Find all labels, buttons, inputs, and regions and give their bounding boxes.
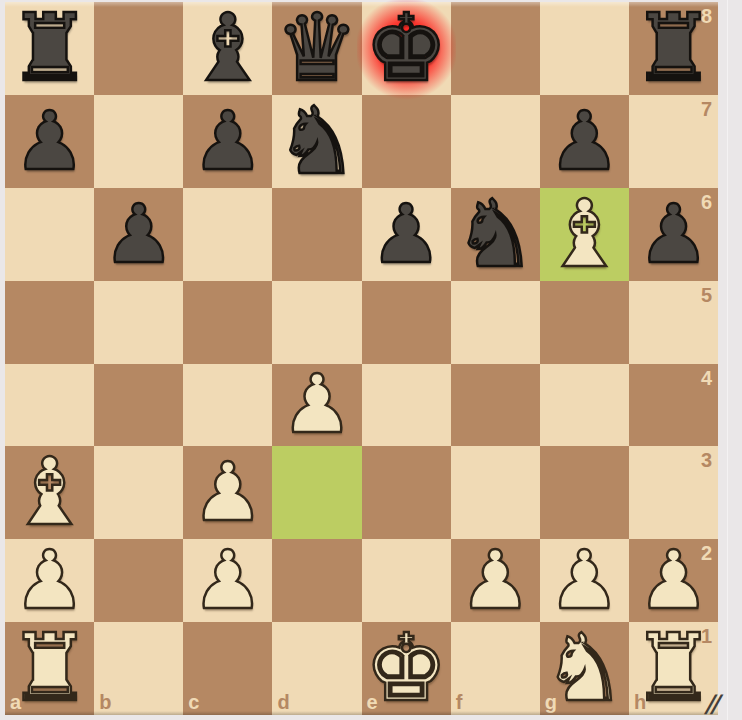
square-f3[interactable] [451, 446, 540, 539]
square-c1[interactable]: c [183, 622, 272, 715]
coord-file-b: b [99, 691, 111, 714]
square-e3[interactable] [362, 446, 451, 539]
square-d5[interactable] [272, 281, 361, 364]
white-bishop[interactable]: ♝ [543, 188, 626, 281]
coord-file-d: d [277, 691, 289, 714]
black-pawn[interactable]: ♟ [370, 194, 443, 275]
square-a3[interactable]: ♝ [5, 446, 94, 539]
square-f5[interactable] [451, 281, 540, 364]
black-pawn[interactable]: ♟ [13, 101, 86, 182]
square-c6[interactable] [183, 188, 272, 281]
square-b2[interactable] [94, 539, 183, 622]
square-g6[interactable]: ♝ [540, 188, 629, 281]
right-gutter-line [727, 0, 728, 720]
coord-file-f: f [456, 691, 463, 714]
white-pawn[interactable]: ♟ [192, 540, 265, 621]
square-g8[interactable] [540, 2, 629, 95]
coord-rank-3: 3 [701, 449, 712, 472]
white-rook[interactable]: ♜ [8, 622, 91, 715]
white-bishop[interactable]: ♝ [8, 446, 91, 539]
square-d2[interactable] [272, 539, 361, 622]
square-c4[interactable] [183, 364, 272, 447]
black-pawn[interactable]: ♟ [192, 101, 265, 182]
white-rook[interactable]: ♜ [632, 622, 715, 715]
square-f1[interactable]: f [451, 622, 540, 715]
square-h2[interactable]: ♟2 [629, 539, 718, 622]
square-d7[interactable]: ♞ [272, 95, 361, 188]
square-c5[interactable] [183, 281, 272, 364]
square-a2[interactable]: ♟ [5, 539, 94, 622]
square-c7[interactable]: ♟ [183, 95, 272, 188]
square-f6[interactable]: ♞ [451, 188, 540, 281]
square-d8[interactable]: ♛ [272, 2, 361, 95]
black-pawn[interactable]: ♟ [637, 194, 710, 275]
square-a6[interactable] [5, 188, 94, 281]
square-e8[interactable]: ♚ [362, 2, 451, 95]
black-rook[interactable]: ♜ [8, 2, 91, 95]
white-pawn[interactable]: ♟ [192, 452, 265, 533]
square-h6[interactable]: ♟6 [629, 188, 718, 281]
square-d1[interactable]: d [272, 622, 361, 715]
white-pawn[interactable]: ♟ [637, 540, 710, 621]
square-b6[interactable]: ♟ [94, 188, 183, 281]
white-pawn[interactable]: ♟ [548, 540, 621, 621]
black-rook[interactable]: ♜ [632, 2, 715, 95]
square-f7[interactable] [451, 95, 540, 188]
square-a8[interactable]: ♜ [5, 2, 94, 95]
board-resize-handle[interactable]: // [704, 690, 716, 718]
square-d3[interactable] [272, 446, 361, 539]
square-b5[interactable] [94, 281, 183, 364]
square-h8[interactable]: ♜8 [629, 2, 718, 95]
square-e4[interactable] [362, 364, 451, 447]
square-d4[interactable]: ♟ [272, 364, 361, 447]
black-king[interactable]: ♚ [364, 2, 447, 95]
square-e1[interactable]: ♚e [362, 622, 451, 715]
square-b4[interactable] [94, 364, 183, 447]
white-pawn[interactable]: ♟ [281, 364, 354, 445]
square-a4[interactable] [5, 364, 94, 447]
square-f8[interactable] [451, 2, 540, 95]
square-g5[interactable] [540, 281, 629, 364]
square-b3[interactable] [94, 446, 183, 539]
square-c2[interactable]: ♟ [183, 539, 272, 622]
square-g1[interactable]: ♞g [540, 622, 629, 715]
square-f4[interactable] [451, 364, 540, 447]
square-e7[interactable] [362, 95, 451, 188]
white-king[interactable]: ♚ [364, 622, 447, 715]
square-c3[interactable]: ♟ [183, 446, 272, 539]
black-bishop[interactable]: ♝ [186, 2, 269, 95]
coord-file-c: c [188, 691, 199, 714]
square-c8[interactable]: ♝ [183, 2, 272, 95]
square-e2[interactable] [362, 539, 451, 622]
square-g2[interactable]: ♟ [540, 539, 629, 622]
square-e5[interactable] [362, 281, 451, 364]
coord-rank-4: 4 [701, 367, 712, 390]
square-a7[interactable]: ♟ [5, 95, 94, 188]
square-f2[interactable]: ♟ [451, 539, 540, 622]
chess-board: // ♜♝♛♚♜8♟♟♞♟7♟♟♞♝♟65♟4♝♟3♟♟♟♟♟2♜abcd♚ef… [5, 2, 718, 715]
square-d6[interactable] [272, 188, 361, 281]
square-g4[interactable] [540, 364, 629, 447]
square-a1[interactable]: ♜a [5, 622, 94, 715]
square-g7[interactable]: ♟ [540, 95, 629, 188]
square-e6[interactable]: ♟ [362, 188, 451, 281]
black-knight[interactable]: ♞ [275, 95, 358, 188]
square-h7[interactable]: 7 [629, 95, 718, 188]
black-pawn[interactable]: ♟ [548, 101, 621, 182]
black-pawn[interactable]: ♟ [102, 194, 175, 275]
white-pawn[interactable]: ♟ [459, 540, 532, 621]
square-b1[interactable]: b [94, 622, 183, 715]
coord-rank-5: 5 [701, 284, 712, 307]
white-pawn[interactable]: ♟ [13, 540, 86, 621]
white-knight[interactable]: ♞ [543, 622, 626, 715]
black-knight[interactable]: ♞ [454, 188, 537, 281]
square-h4[interactable]: 4 [629, 364, 718, 447]
square-b7[interactable] [94, 95, 183, 188]
square-h3[interactable]: 3 [629, 446, 718, 539]
square-a5[interactable] [5, 281, 94, 364]
square-h5[interactable]: 5 [629, 281, 718, 364]
square-b8[interactable] [94, 2, 183, 95]
page: { "game": "chess", "position": { "fen": … [0, 0, 742, 720]
square-g3[interactable] [540, 446, 629, 539]
black-queen[interactable]: ♛ [275, 2, 358, 95]
